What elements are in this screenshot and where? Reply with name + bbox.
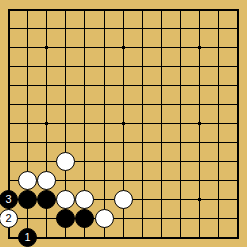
move-number-label: 1: [25, 232, 31, 243]
white-stone: 2: [0, 209, 18, 228]
move-number-label: 3: [5, 194, 11, 205]
white-stone: [37, 171, 56, 190]
go-diagram: 321: [0, 0, 247, 247]
black-stone: [56, 209, 75, 228]
white-stone: [114, 190, 133, 209]
black-stone: 1: [18, 228, 37, 247]
black-stone: [18, 190, 37, 209]
go-board[interactable]: 321: [0, 0, 247, 247]
stones-grid: 321: [0, 0, 247, 247]
black-stone: [37, 190, 56, 209]
black-stone: [75, 209, 94, 228]
white-stone: [18, 171, 37, 190]
white-stone: [95, 209, 114, 228]
black-stone: 3: [0, 190, 18, 209]
white-stone: [75, 190, 94, 209]
move-number-label: 2: [5, 213, 11, 224]
white-stone: [56, 152, 75, 171]
white-stone: [56, 190, 75, 209]
